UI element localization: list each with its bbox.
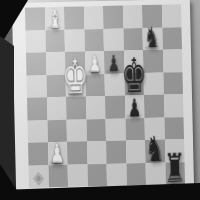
king-icon: ♚ [62,59,89,97]
square-d8[interactable] [83,6,103,29]
square-e3[interactable] [105,118,125,141]
square-d1[interactable] [87,163,107,186]
pawn-icon: ♟ [88,56,101,74]
piece-white-bishop-b8[interactable]: ♝ [44,7,64,30]
square-a7[interactable] [25,30,45,53]
chessboard-photo: · · · ◈♝♞♟♟♚♚♟♟♞♜ [0,0,200,200]
pawn-icon: ♟ [50,143,65,165]
bishop-icon: ♝ [47,9,62,30]
board-grid: ◈♝♞♟♟♚♚♟♟♞♜ [25,4,185,187]
piece-black-rook-h1[interactable]: ♜ [165,162,185,185]
square-c2[interactable] [67,141,87,164]
square-f7[interactable] [123,28,143,51]
square-e2[interactable] [106,141,126,164]
square-f2[interactable] [126,140,146,163]
chess-board: · · · ◈♝♞♟♟♚♚♟♟♞♜ [12,0,194,194]
square-a8[interactable] [25,7,45,30]
square-d3[interactable] [86,118,106,141]
piece-black-knight-g2[interactable]: ♞ [145,140,165,163]
square-c8[interactable] [64,6,84,29]
knight-icon: ♞ [144,27,160,50]
square-e7[interactable] [103,28,123,51]
square-a2[interactable] [28,142,48,165]
square-f8[interactable] [122,5,142,28]
square-h7[interactable] [162,27,182,50]
square-a4[interactable] [27,97,47,120]
square-a5[interactable] [26,75,46,98]
square-h6[interactable] [162,49,182,72]
square-d2[interactable] [87,141,107,164]
king-icon: ♚ [121,58,148,96]
square-c3[interactable] [67,119,87,142]
square-d7[interactable] [84,28,104,51]
square-e8[interactable] [103,6,123,29]
board-margin-stamp: · · · [14,61,19,77]
rook-icon: ♜ [164,153,186,185]
square-h4[interactable] [163,94,183,117]
square-a3[interactable] [28,120,48,143]
square-e1[interactable] [107,163,127,186]
square-c7[interactable] [64,29,84,52]
square-h5[interactable] [163,72,183,95]
square-a6[interactable] [26,52,46,75]
piece-black-pawn-f4[interactable]: ♟ [124,95,144,118]
piece-white-king-c5[interactable]: ♚ [65,74,85,97]
square-h3[interactable] [164,117,184,140]
piece-black-knight-g7[interactable]: ♞ [142,27,162,50]
square-h8[interactable] [161,4,181,27]
board-logo: ◈ [33,167,44,188]
piece-white-pawn-b2[interactable]: ♟ [48,142,68,165]
pawn-icon: ♟ [128,98,142,118]
knight-icon: ♞ [145,134,165,163]
square-f1[interactable] [126,163,146,186]
square-d4[interactable] [85,96,105,119]
pawn-icon: ♟ [108,55,121,73]
square-c1[interactable] [68,164,88,187]
